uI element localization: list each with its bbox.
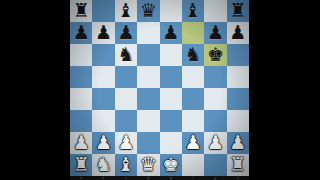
square-f2[interactable]: ♟	[182, 132, 204, 154]
file-coordinates: abcdefgh	[70, 176, 249, 180]
white-king: ♚	[162, 155, 179, 174]
square-b1[interactable]: ♞	[92, 154, 114, 176]
square-g5[interactable]	[204, 66, 226, 88]
square-h5[interactable]	[227, 66, 249, 88]
square-h3[interactable]	[227, 110, 249, 132]
square-e3[interactable]	[160, 110, 182, 132]
square-d2[interactable]	[137, 132, 159, 154]
black-pawn: ♟	[73, 23, 90, 42]
square-c6[interactable]: ♞	[115, 44, 137, 66]
black-bishop: ♝	[117, 1, 134, 20]
square-h4[interactable]	[227, 88, 249, 110]
square-c2[interactable]: ♟	[115, 132, 137, 154]
square-h2[interactable]: ♟	[227, 132, 249, 154]
file-label-b: b	[96, 176, 112, 179]
square-g7[interactable]: ♟	[204, 22, 226, 44]
square-c5[interactable]	[115, 66, 137, 88]
square-e4[interactable]	[160, 88, 182, 110]
black-bishop: ♝	[185, 1, 202, 20]
square-b2[interactable]: ♟	[92, 132, 114, 154]
square-h6[interactable]	[227, 44, 249, 66]
square-c1[interactable]: ♝	[115, 154, 137, 176]
chessboard: ♜♝♛♝♜♟♟♟♟♟♟♞♞♚♟♟♟♟♟♟♜♞♝♛♚♜ abcdefgh	[70, 0, 249, 180]
black-knight: ♞	[117, 45, 134, 64]
board-squares: ♜♝♛♝♜♟♟♟♟♟♟♞♞♚♟♟♟♟♟♟♜♞♝♛♚♜	[70, 0, 249, 176]
square-a4[interactable]	[70, 88, 92, 110]
square-a1[interactable]: ♜	[70, 154, 92, 176]
square-e2[interactable]	[160, 132, 182, 154]
square-f3[interactable]	[182, 110, 204, 132]
file-label-h: h	[230, 176, 246, 179]
white-pawn: ♟	[117, 133, 134, 152]
file-label-c: c	[118, 176, 134, 179]
white-pawn: ♟	[229, 133, 246, 152]
square-g6[interactable]: ♚	[204, 44, 226, 66]
square-h8[interactable]: ♜	[227, 0, 249, 22]
square-a8[interactable]: ♜	[70, 0, 92, 22]
square-d6[interactable]	[137, 44, 159, 66]
square-h7[interactable]: ♟	[227, 22, 249, 44]
square-e5[interactable]	[160, 66, 182, 88]
square-d8[interactable]: ♛	[137, 0, 159, 22]
black-pawn: ♟	[207, 23, 224, 42]
white-rook: ♜	[229, 155, 246, 174]
square-b8[interactable]	[92, 0, 114, 22]
square-c8[interactable]: ♝	[115, 0, 137, 22]
file-label-a: a	[73, 176, 89, 179]
square-e7[interactable]: ♟	[160, 22, 182, 44]
square-f8[interactable]: ♝	[182, 0, 204, 22]
white-pawn: ♟	[207, 133, 224, 152]
file-label-d: d	[140, 176, 156, 179]
square-a5[interactable]	[70, 66, 92, 88]
black-pawn: ♟	[95, 23, 112, 42]
file-label-e: e	[163, 176, 179, 179]
file-label-f: f	[185, 176, 201, 179]
square-g3[interactable]	[204, 110, 226, 132]
square-d3[interactable]	[137, 110, 159, 132]
white-pawn: ♟	[95, 133, 112, 152]
square-h1[interactable]: ♜	[227, 154, 249, 176]
square-e8[interactable]	[160, 0, 182, 22]
square-d5[interactable]	[137, 66, 159, 88]
square-e6[interactable]	[160, 44, 182, 66]
square-g1[interactable]	[204, 154, 226, 176]
square-b3[interactable]	[92, 110, 114, 132]
black-pawn: ♟	[117, 23, 134, 42]
square-d7[interactable]	[137, 22, 159, 44]
white-rook: ♜	[73, 155, 90, 174]
square-a7[interactable]: ♟	[70, 22, 92, 44]
square-b7[interactable]: ♟	[92, 22, 114, 44]
black-knight: ♞	[185, 45, 202, 64]
square-a6[interactable]	[70, 44, 92, 66]
white-bishop: ♝	[117, 155, 134, 174]
square-a3[interactable]	[70, 110, 92, 132]
square-f6[interactable]: ♞	[182, 44, 204, 66]
white-queen: ♛	[140, 155, 157, 174]
square-g8[interactable]	[204, 0, 226, 22]
square-b6[interactable]	[92, 44, 114, 66]
square-f1[interactable]	[182, 154, 204, 176]
white-pawn: ♟	[73, 133, 90, 152]
square-c3[interactable]	[115, 110, 137, 132]
square-c4[interactable]	[115, 88, 137, 110]
black-king: ♚	[207, 45, 224, 64]
square-e1[interactable]: ♚	[160, 154, 182, 176]
square-f5[interactable]	[182, 66, 204, 88]
square-c7[interactable]: ♟	[115, 22, 137, 44]
square-a2[interactable]: ♟	[70, 132, 92, 154]
square-d1[interactable]: ♛	[137, 154, 159, 176]
square-b5[interactable]	[92, 66, 114, 88]
black-pawn: ♟	[162, 23, 179, 42]
square-g2[interactable]: ♟	[204, 132, 226, 154]
black-queen: ♛	[140, 1, 157, 20]
white-knight: ♞	[95, 155, 112, 174]
square-b4[interactable]	[92, 88, 114, 110]
black-pawn: ♟	[229, 23, 246, 42]
file-label-g: g	[208, 176, 224, 179]
square-f7[interactable]	[182, 22, 204, 44]
square-g4[interactable]	[204, 88, 226, 110]
square-f4[interactable]	[182, 88, 204, 110]
black-rook: ♜	[73, 1, 90, 20]
black-rook: ♜	[229, 1, 246, 20]
square-d4[interactable]	[137, 88, 159, 110]
white-pawn: ♟	[185, 133, 202, 152]
